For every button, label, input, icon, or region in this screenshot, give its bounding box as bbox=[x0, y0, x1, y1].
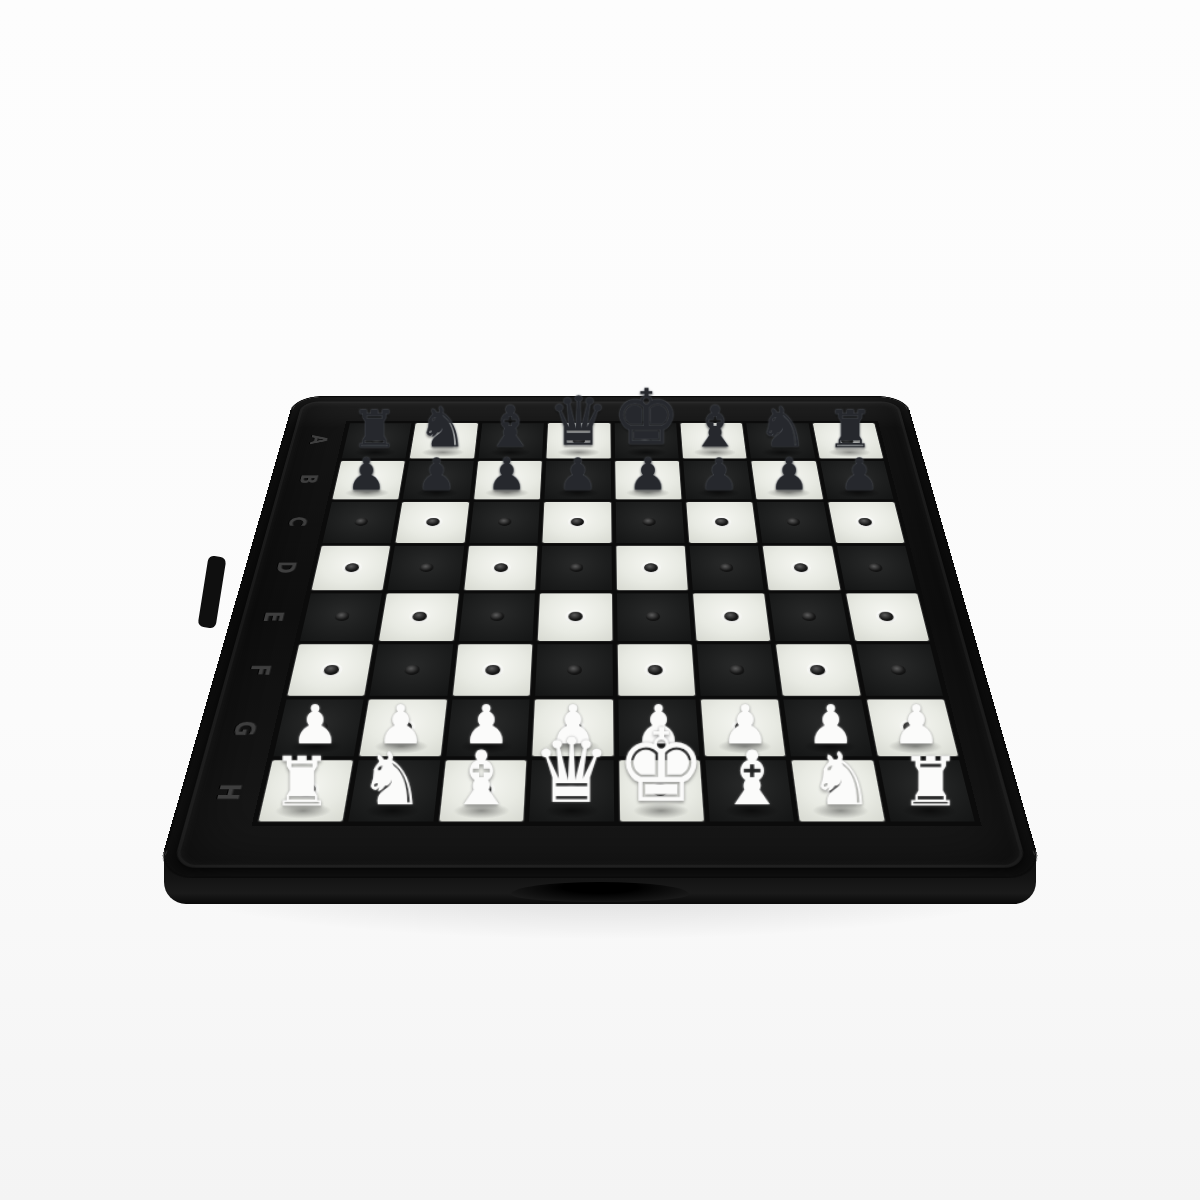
square bbox=[388, 546, 464, 590]
peg-hole bbox=[570, 518, 583, 526]
square: ♟ bbox=[752, 461, 823, 499]
square bbox=[689, 546, 763, 590]
square bbox=[535, 644, 612, 696]
peg-hole bbox=[719, 563, 734, 572]
square bbox=[287, 644, 373, 696]
peg-hole bbox=[494, 563, 508, 572]
square: ♟ bbox=[820, 461, 893, 499]
white-rook: ♜ bbox=[901, 748, 962, 816]
square bbox=[464, 546, 537, 590]
square bbox=[300, 593, 382, 641]
peg-hole bbox=[643, 518, 657, 526]
square: ♜ bbox=[259, 760, 354, 821]
black-queen: ♛ bbox=[548, 388, 609, 456]
product-photo: ABCDEFGH ♜♞♝♛♚♝♞♜♟♟♟♟♟♟♟♟♟♟♟♟♟♟♟♟♜♞♝♛♚♝♞… bbox=[0, 0, 1200, 1200]
white-knight: ♞ bbox=[809, 743, 874, 816]
square bbox=[469, 502, 540, 543]
square bbox=[776, 644, 860, 696]
scene: ABCDEFGH ♜♞♝♛♚♝♞♜♟♟♟♟♟♟♟♟♟♟♟♟♟♟♟♟♜♞♝♛♚♝♞… bbox=[0, 0, 1200, 1200]
square bbox=[617, 644, 695, 696]
peg-hole bbox=[485, 665, 501, 675]
peg-hole bbox=[353, 518, 368, 526]
square: ♟ bbox=[683, 461, 752, 499]
peg-hole bbox=[809, 665, 826, 675]
peg-hole bbox=[858, 518, 873, 526]
rank-label-a: A bbox=[281, 427, 355, 453]
square bbox=[836, 546, 916, 590]
peg-hole bbox=[344, 563, 359, 572]
peg-hole bbox=[648, 665, 663, 675]
white-knight: ♞ bbox=[359, 743, 424, 816]
peg-hole bbox=[567, 665, 582, 675]
peg-hole bbox=[646, 612, 661, 621]
square: ♟ bbox=[615, 461, 682, 499]
white-rook: ♜ bbox=[271, 748, 332, 816]
square: ♞ bbox=[349, 760, 440, 821]
square bbox=[757, 502, 831, 543]
chessboard: ♜♞♝♛♚♝♞♜♟♟♟♟♟♟♟♟♟♟♟♟♟♟♟♟♜♞♝♛♚♝♞♜ bbox=[252, 421, 982, 826]
rank-label-b: B bbox=[269, 465, 346, 493]
black-pawn: ♟ bbox=[487, 452, 527, 496]
peg-hole bbox=[404, 665, 420, 675]
peg-hole bbox=[714, 518, 728, 526]
peg-hole bbox=[723, 612, 738, 621]
black-pawn: ♟ bbox=[840, 452, 880, 496]
square bbox=[686, 502, 758, 543]
square: ♚ bbox=[619, 760, 704, 821]
black-bishop: ♝ bbox=[689, 399, 740, 456]
peg-hole bbox=[890, 665, 907, 675]
peg-hole bbox=[878, 612, 894, 621]
square bbox=[856, 644, 943, 696]
rank-label-c: C bbox=[257, 507, 337, 537]
square bbox=[396, 502, 469, 543]
peg-hole bbox=[801, 612, 817, 621]
peg-hole bbox=[323, 665, 340, 675]
black-pawn: ♟ bbox=[699, 452, 739, 496]
black-pawn: ♟ bbox=[417, 452, 457, 496]
rank-label-d: D bbox=[243, 551, 327, 583]
square bbox=[617, 593, 692, 641]
white-queen: ♛ bbox=[531, 727, 611, 816]
square: ♝ bbox=[439, 760, 527, 821]
square bbox=[697, 644, 778, 696]
square bbox=[828, 502, 905, 543]
square bbox=[538, 593, 612, 641]
black-pawn: ♟ bbox=[558, 452, 598, 496]
peg-hole bbox=[426, 518, 440, 526]
black-king: ♚ bbox=[612, 379, 681, 456]
square: ♟ bbox=[403, 461, 473, 499]
peg-hole bbox=[412, 612, 428, 621]
square: ♛ bbox=[529, 760, 613, 821]
square bbox=[540, 546, 611, 590]
white-bishop: ♝ bbox=[718, 741, 786, 816]
peg-hole bbox=[786, 518, 801, 526]
square: ♜ bbox=[878, 760, 974, 821]
peg-hole bbox=[498, 518, 512, 526]
square bbox=[763, 546, 840, 590]
square bbox=[769, 593, 850, 641]
peg-hole bbox=[569, 563, 583, 572]
square: ♟ bbox=[474, 461, 542, 499]
black-pawn: ♟ bbox=[628, 452, 668, 496]
square: ♞ bbox=[792, 760, 885, 821]
white-king: ♚ bbox=[616, 715, 707, 816]
square bbox=[693, 593, 771, 641]
square bbox=[379, 593, 458, 641]
white-bishop: ♝ bbox=[448, 741, 516, 816]
black-pawn: ♟ bbox=[346, 452, 386, 496]
board-tray: ABCDEFGH ♜♞♝♛♚♝♞♜♟♟♟♟♟♟♟♟♟♟♟♟♟♟♟♟♜♞♝♛♚♝♞… bbox=[159, 397, 1041, 876]
square bbox=[370, 644, 453, 696]
peg-hole bbox=[568, 612, 582, 621]
square bbox=[459, 593, 536, 641]
square: ♟ bbox=[545, 461, 611, 499]
square bbox=[846, 593, 929, 641]
square bbox=[542, 502, 611, 543]
peg-hole bbox=[419, 563, 434, 572]
peg-hole bbox=[334, 612, 350, 621]
black-pawn: ♟ bbox=[769, 452, 809, 496]
peg-hole bbox=[793, 563, 808, 572]
peg-hole bbox=[490, 612, 505, 621]
black-bishop: ♝ bbox=[485, 399, 536, 456]
peg-hole bbox=[868, 563, 884, 572]
square: ♝ bbox=[705, 760, 794, 821]
square bbox=[616, 546, 688, 590]
peg-hole bbox=[644, 563, 658, 572]
square bbox=[453, 644, 533, 696]
square bbox=[615, 502, 684, 543]
peg-hole bbox=[728, 665, 744, 675]
